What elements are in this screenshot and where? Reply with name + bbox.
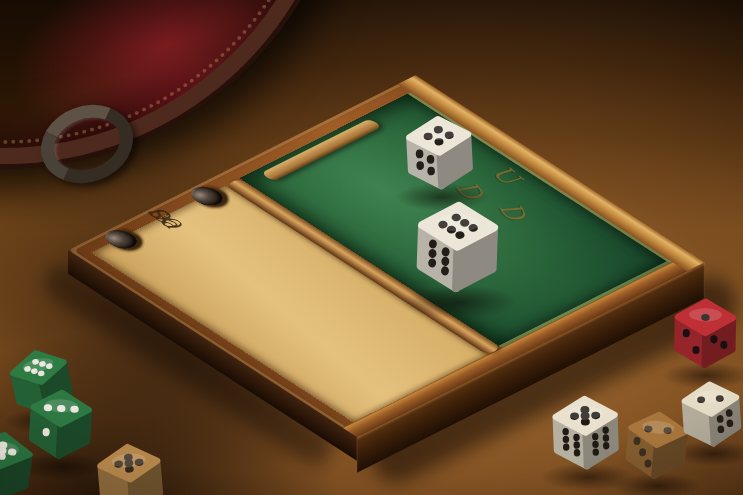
tile-3[interactable]: s [91,253,93,254]
tile-4[interactable]: SO [91,253,93,254]
tile-7[interactable] [91,253,93,254]
tile-5[interactable] [91,253,93,254]
shut-the-box-scene: sSOOa DUD [0,0,743,495]
white-die-c[interactable] [678,376,743,467]
tile-2[interactable] [91,253,93,254]
tan-die-a[interactable] [93,437,169,495]
tile-9[interactable] [91,253,93,254]
tile-8[interactable] [91,253,93,254]
felt-monogram-letter: U [485,165,531,188]
red-die-a[interactable] [671,294,739,388]
white-die-b[interactable] [549,391,622,491]
tile-6[interactable]: Oa [91,253,93,254]
felt-die-b[interactable] [412,196,502,319]
